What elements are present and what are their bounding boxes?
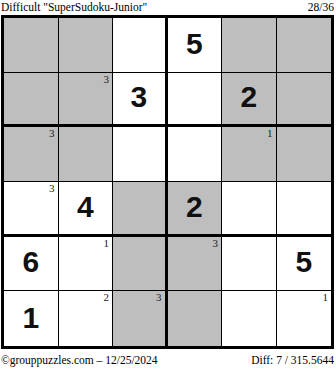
pencil-mark: 3 [49, 182, 55, 195]
cell-r2c6[interactable] [277, 73, 332, 128]
cell-r2c5[interactable]: 2 [222, 73, 277, 128]
puzzle-page: Difficult "SuperSudoku-Junior" 28/36 533… [0, 0, 336, 370]
pencil-mark: 1 [267, 127, 273, 140]
cell-r2c2[interactable]: 3 [59, 73, 114, 128]
cell-r1c3[interactable] [113, 18, 168, 73]
cell-r6c6[interactable]: 1 [277, 291, 332, 346]
given-digit: 1 [22, 303, 39, 335]
given-digit: 5 [186, 29, 203, 61]
cell-r3c6[interactable] [277, 127, 332, 182]
board: 53323134261351231 [1, 15, 334, 349]
cell-r4c5[interactable] [222, 182, 277, 237]
cell-r5c5[interactable] [222, 237, 277, 292]
pencil-mark: 1 [323, 291, 329, 304]
cell-r4c3[interactable] [113, 182, 168, 237]
given-digit: 2 [186, 192, 203, 224]
cell-r3c2[interactable] [59, 127, 114, 182]
cell-r5c1[interactable]: 6 [4, 237, 59, 292]
cell-r2c1[interactable] [4, 73, 59, 128]
difficulty-text: Diff: 7 / 315.5644 [251, 354, 334, 367]
pencil-mark: 3 [156, 291, 162, 304]
pencil-mark: 2 [104, 291, 110, 304]
cell-r1c4[interactable]: 5 [168, 18, 223, 73]
cell-r4c1[interactable]: 3 [4, 182, 59, 237]
cell-r5c3[interactable] [113, 237, 168, 292]
pencil-mark: 1 [104, 237, 110, 250]
pencil-mark: 3 [213, 237, 219, 250]
cell-r2c4[interactable] [168, 73, 223, 128]
cell-r1c5[interactable] [222, 18, 277, 73]
puzzle-title: Difficult "SuperSudoku-Junior" [1, 1, 147, 13]
cell-r1c1[interactable] [4, 18, 59, 73]
progress-counter: 28/36 [308, 1, 334, 13]
cell-r5c4[interactable]: 3 [168, 237, 223, 292]
given-digit: 6 [22, 247, 39, 279]
cell-r1c2[interactable] [59, 18, 114, 73]
cell-r1c6[interactable] [277, 18, 332, 73]
pencil-mark: 3 [49, 127, 55, 140]
cell-r3c3[interactable] [113, 127, 168, 182]
cell-r6c4[interactable] [168, 291, 223, 346]
cell-r6c3[interactable]: 3 [113, 291, 168, 346]
title-bar: Difficult "SuperSudoku-Junior" 28/36 [0, 0, 336, 15]
cell-r4c6[interactable] [277, 182, 332, 237]
footer: ©grouppuzzles.com – 12/25/2024 Diff: 7 /… [0, 354, 336, 367]
cell-r3c5[interactable]: 1 [222, 127, 277, 182]
copyright-text: ©grouppuzzles.com – 12/25/2024 [1, 354, 158, 367]
cell-r4c2[interactable]: 4 [59, 182, 114, 237]
cell-r2c3[interactable]: 3 [113, 73, 168, 128]
given-digit: 4 [77, 192, 94, 224]
pencil-mark: 3 [104, 73, 110, 86]
cell-r6c2[interactable]: 2 [59, 291, 114, 346]
cell-r5c2[interactable]: 1 [59, 237, 114, 292]
cell-r4c4[interactable]: 2 [168, 182, 223, 237]
given-digit: 2 [240, 82, 257, 114]
cell-r3c1[interactable]: 3 [4, 127, 59, 182]
cell-r5c6[interactable]: 5 [277, 237, 332, 292]
given-digit: 3 [130, 82, 147, 114]
cell-r6c5[interactable] [222, 291, 277, 346]
given-digit: 5 [295, 247, 312, 279]
cell-r3c4[interactable] [168, 127, 223, 182]
cell-r6c1[interactable]: 1 [4, 291, 59, 346]
